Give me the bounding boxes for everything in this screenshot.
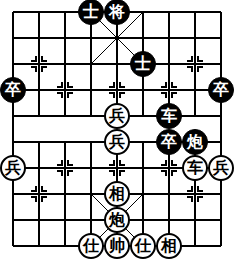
intersection-2-7 [52, 181, 78, 207]
intersection-6-6 [156, 155, 182, 181]
intersection-1-9 [26, 233, 52, 259]
intersection-0-9 [0, 233, 26, 259]
intersection-3-2 [78, 51, 104, 77]
piece-red-chariot[interactable]: 车 [182, 155, 208, 181]
intersection-0-5 [0, 129, 26, 155]
intersection-0-3: 卒 [0, 77, 26, 103]
intersection-2-8 [52, 207, 78, 233]
piece-red-general[interactable]: 帅 [104, 233, 130, 259]
piece-red-soldier[interactable]: 兵 [0, 155, 26, 181]
piece-black-advisor[interactable]: 士 [78, 0, 104, 25]
intersection-7-7 [182, 181, 208, 207]
intersection-4-2 [104, 51, 130, 77]
intersection-0-7 [0, 181, 26, 207]
intersection-4-9: 帅 [104, 233, 130, 259]
intersection-5-6 [130, 155, 156, 181]
piece-red-advisor[interactable]: 仕 [130, 233, 156, 259]
intersection-7-3 [182, 77, 208, 103]
intersection-1-2 [26, 51, 52, 77]
intersection-2-3 [52, 77, 78, 103]
intersection-1-5 [26, 129, 52, 155]
intersection-3-7 [78, 181, 104, 207]
intersection-8-8 [208, 207, 234, 233]
piece-black-general[interactable]: 将 [104, 0, 130, 25]
intersection-0-1 [0, 25, 26, 51]
intersection-7-1 [182, 25, 208, 51]
intersection-2-1 [52, 25, 78, 51]
intersection-8-4 [208, 103, 234, 129]
intersection-5-5 [130, 129, 156, 155]
intersection-6-3 [156, 77, 182, 103]
intersection-8-2 [208, 51, 234, 77]
intersection-7-9 [182, 233, 208, 259]
intersection-8-0 [208, 0, 234, 25]
intersection-4-4: 兵 [104, 103, 130, 129]
intersection-4-3 [104, 77, 130, 103]
intersection-2-6 [52, 155, 78, 181]
intersection-1-0 [26, 0, 52, 25]
intersection-3-5 [78, 129, 104, 155]
intersection-8-5 [208, 129, 234, 155]
intersection-3-4 [78, 103, 104, 129]
intersection-4-0: 将 [104, 0, 130, 25]
intersection-3-9: 仕 [78, 233, 104, 259]
intersection-3-8 [78, 207, 104, 233]
intersection-8-9 [208, 233, 234, 259]
intersection-5-7 [130, 181, 156, 207]
intersection-4-7: 相 [104, 181, 130, 207]
piece-red-advisor[interactable]: 仕 [78, 233, 104, 259]
piece-black-soldier[interactable]: 卒 [208, 77, 234, 103]
intersection-1-8 [26, 207, 52, 233]
intersection-5-1 [130, 25, 156, 51]
intersection-0-4 [0, 103, 26, 129]
intersection-8-7 [208, 181, 234, 207]
xiangqi-board: 士将士卒卒兵车兵卒炮兵车兵相炮仕帅仕相 [0, 0, 234, 260]
intersection-7-8 [182, 207, 208, 233]
piece-red-elephant[interactable]: 相 [104, 181, 130, 207]
intersection-3-3 [78, 77, 104, 103]
intersection-5-2: 士 [130, 51, 156, 77]
intersection-2-0 [52, 0, 78, 25]
intersection-4-1 [104, 25, 130, 51]
piece-red-soldier[interactable]: 兵 [104, 103, 130, 129]
intersection-1-4 [26, 103, 52, 129]
intersection-2-2 [52, 51, 78, 77]
intersection-3-6 [78, 155, 104, 181]
intersection-7-0 [182, 0, 208, 25]
intersection-5-3 [130, 77, 156, 103]
board-grid: 士将士卒卒兵车兵卒炮兵车兵相炮仕帅仕相 [0, 0, 234, 259]
intersection-5-4 [130, 103, 156, 129]
intersection-5-9: 仕 [130, 233, 156, 259]
intersection-0-6: 兵 [0, 155, 26, 181]
intersection-7-6: 车 [182, 155, 208, 181]
piece-red-soldier[interactable]: 兵 [208, 155, 234, 181]
intersection-8-3: 卒 [208, 77, 234, 103]
intersection-4-8: 炮 [104, 207, 130, 233]
intersection-6-0 [156, 0, 182, 25]
intersection-2-4 [52, 103, 78, 129]
piece-red-cannon[interactable]: 炮 [104, 207, 130, 233]
intersection-0-8 [0, 207, 26, 233]
intersection-1-6 [26, 155, 52, 181]
piece-black-chariot[interactable]: 车 [156, 103, 182, 129]
intersection-6-4: 车 [156, 103, 182, 129]
piece-black-cannon[interactable]: 炮 [182, 129, 208, 155]
intersection-0-0 [0, 0, 26, 25]
intersection-3-0: 士 [78, 0, 104, 25]
intersection-2-5 [52, 129, 78, 155]
intersection-6-7 [156, 181, 182, 207]
intersection-4-5: 兵 [104, 129, 130, 155]
intersection-1-1 [26, 25, 52, 51]
intersection-8-1 [208, 25, 234, 51]
intersection-4-6 [104, 155, 130, 181]
intersection-6-5: 卒 [156, 129, 182, 155]
intersection-1-7 [26, 181, 52, 207]
intersection-8-6: 兵 [208, 155, 234, 181]
intersection-6-2 [156, 51, 182, 77]
intersection-3-1 [78, 25, 104, 51]
intersection-7-5: 炮 [182, 129, 208, 155]
piece-red-elephant[interactable]: 相 [156, 233, 182, 259]
intersection-1-3 [26, 77, 52, 103]
intersection-7-4 [182, 103, 208, 129]
piece-black-advisor[interactable]: 士 [130, 51, 156, 77]
intersection-0-2 [0, 51, 26, 77]
intersection-6-1 [156, 25, 182, 51]
intersection-2-9 [52, 233, 78, 259]
intersection-7-2 [182, 51, 208, 77]
piece-black-soldier[interactable]: 卒 [0, 77, 26, 103]
intersection-6-9: 相 [156, 233, 182, 259]
piece-black-soldier[interactable]: 卒 [156, 129, 182, 155]
intersection-5-0 [130, 0, 156, 25]
piece-red-soldier[interactable]: 兵 [104, 129, 130, 155]
intersection-6-8 [156, 207, 182, 233]
intersection-5-8 [130, 207, 156, 233]
